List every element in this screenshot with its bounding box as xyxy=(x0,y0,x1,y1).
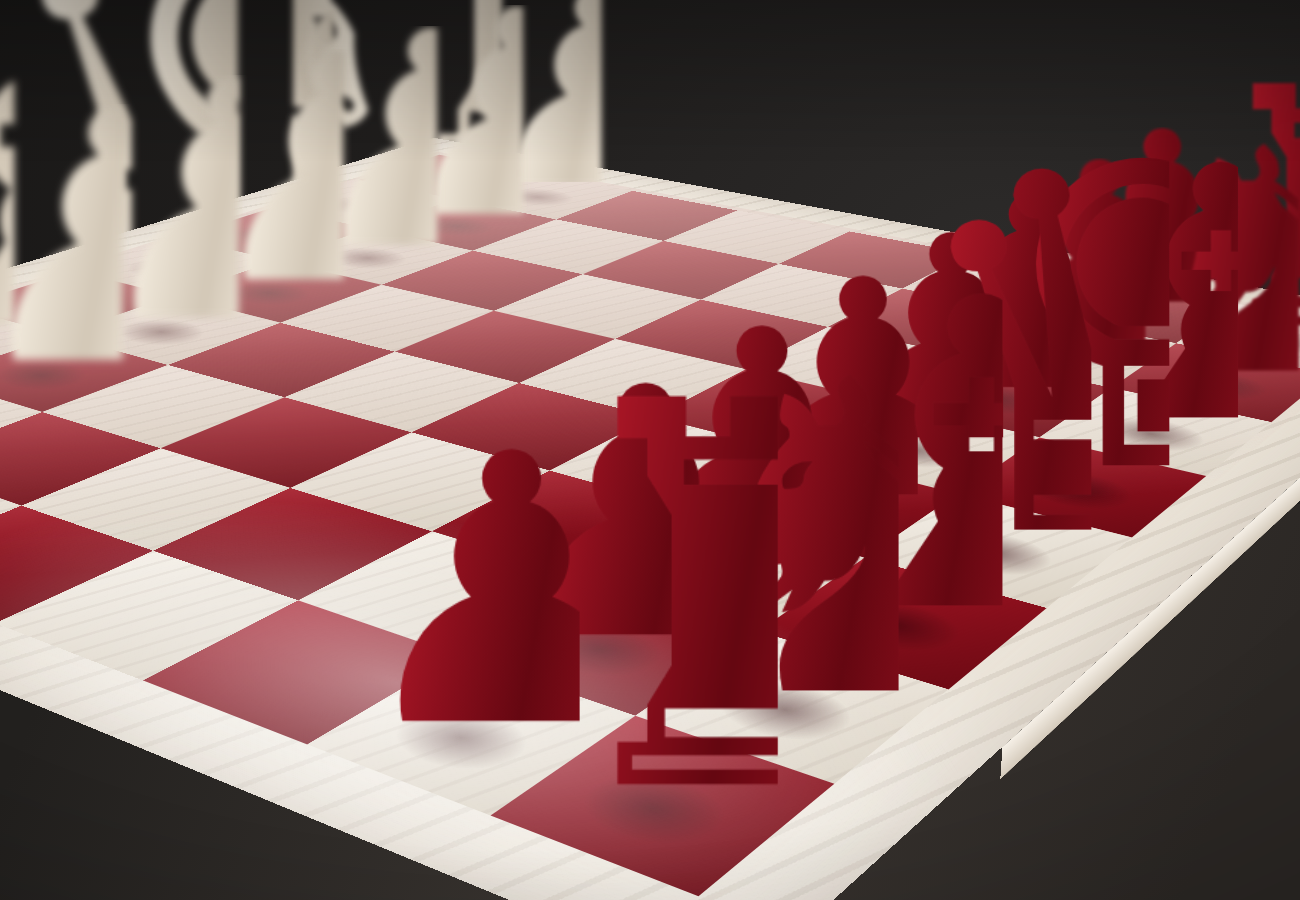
board-slab: ♜♟♟♜♞♟♟♞♝♟♟♝♚♟♟♚♛♟♟♛♝♟♟♝♞♟♟♞♜♟♟♜ xyxy=(0,138,1300,900)
square-g7: ♟ xyxy=(964,315,1176,388)
piece-shadow xyxy=(488,603,710,701)
square-f6 xyxy=(745,327,964,402)
piece-white-bishop-c1: ♝ xyxy=(0,13,14,345)
photo-frame: ♜♟♟♜♞♟♟♞♝♟♟♝♚♟♟♚♛♟♟♛♝♟♟♝♞♟♟♞♜♟♟♜ xyxy=(0,0,1300,900)
piece-shadow xyxy=(726,472,918,546)
chess-board: ♜♟♟♜♞♟♟♞♝♟♟♝♚♟♟♚♛♟♟♛♝♟♟♝♞♟♟♞♜♟♟♜ xyxy=(0,138,1300,900)
piece-shadow xyxy=(788,581,1003,675)
piece-shadow xyxy=(909,371,1078,429)
piece-shadow xyxy=(526,747,780,876)
scene: ♜♟♟♜♞♟♟♞♝♟♟♝♚♟♟♚♛♟♟♛♝♟♟♝♞♟♟♞♜♟♟♜ xyxy=(0,0,1300,900)
piece-shadow xyxy=(824,418,1004,483)
piece-white-rook-h1: ♜ xyxy=(379,0,502,178)
